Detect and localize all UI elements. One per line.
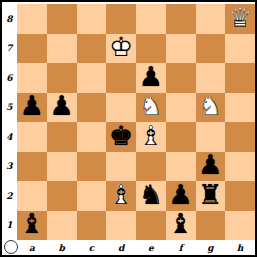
file-label-c: c (77, 240, 107, 255)
square-b3[interactable] (47, 152, 77, 182)
square-e4[interactable]: ♝♗ (136, 122, 166, 152)
rank-label-6: 6 (2, 63, 17, 93)
square-a5[interactable]: ♟ (17, 93, 47, 123)
square-e3[interactable] (136, 152, 166, 182)
white-bishop-e4[interactable]: ♝♗ (136, 122, 166, 152)
square-e1[interactable] (136, 211, 166, 241)
square-e5[interactable]: ♞♘ (136, 93, 166, 123)
square-d4[interactable]: ♚ (106, 122, 136, 152)
white-queen-h8[interactable]: ♛♕ (225, 4, 255, 34)
square-e6[interactable]: ♟ (136, 63, 166, 93)
black-pawn-f2[interactable]: ♟ (166, 181, 196, 211)
rank-label-4: 4 (2, 122, 17, 152)
square-h8[interactable]: ♛♕ (225, 4, 255, 34)
square-g8[interactable] (196, 4, 226, 34)
file-label-d: d (106, 240, 136, 255)
chess-diagram: 87654321 ♛♕♚♔♟♟♟♞♘♞♘♚♝♗♟♝♗♞♟♜♝♝ abcdefgh (0, 0, 257, 257)
black-pawn-b5[interactable]: ♟ (47, 93, 77, 123)
white-king-d7[interactable]: ♚♔ (106, 34, 136, 64)
file-label-f: f (166, 240, 196, 255)
square-b6[interactable] (47, 63, 77, 93)
square-g5[interactable]: ♞♘ (196, 93, 226, 123)
square-a7[interactable] (17, 34, 47, 64)
white-knight-g5[interactable]: ♞♘ (196, 93, 226, 123)
square-h3[interactable] (225, 152, 255, 182)
square-h2[interactable] (225, 181, 255, 211)
square-f3[interactable] (166, 152, 196, 182)
square-a2[interactable] (17, 181, 47, 211)
square-a8[interactable] (17, 4, 47, 34)
square-g4[interactable] (196, 122, 226, 152)
square-d2[interactable]: ♝♗ (106, 181, 136, 211)
square-b4[interactable] (47, 122, 77, 152)
black-pawn-a5[interactable]: ♟ (17, 93, 47, 123)
black-knight-e2[interactable]: ♞ (136, 181, 166, 211)
square-g1[interactable] (196, 211, 226, 241)
black-pawn-g3[interactable]: ♟ (196, 152, 226, 182)
square-g2[interactable]: ♜ (196, 181, 226, 211)
black-bishop-f1[interactable]: ♝ (166, 211, 196, 241)
square-f1[interactable]: ♝ (166, 211, 196, 241)
rank-label-8: 8 (2, 4, 17, 34)
square-c2[interactable] (77, 181, 107, 211)
square-h5[interactable] (225, 93, 255, 123)
square-h4[interactable] (225, 122, 255, 152)
file-label-g: g (196, 240, 226, 255)
square-c1[interactable] (77, 211, 107, 241)
rank-label-1: 1 (2, 211, 17, 241)
black-rook-g2[interactable]: ♜ (196, 181, 226, 211)
square-c4[interactable] (77, 122, 107, 152)
square-h1[interactable] (225, 211, 255, 241)
square-e7[interactable] (136, 34, 166, 64)
rank-label-7: 7 (2, 34, 17, 64)
square-b2[interactable] (47, 181, 77, 211)
square-h6[interactable] (225, 63, 255, 93)
square-c5[interactable] (77, 93, 107, 123)
square-a1[interactable]: ♝ (17, 211, 47, 241)
file-label-a: a (17, 240, 47, 255)
square-b7[interactable] (47, 34, 77, 64)
square-g3[interactable]: ♟ (196, 152, 226, 182)
square-d3[interactable] (106, 152, 136, 182)
square-d5[interactable] (106, 93, 136, 123)
rank-label-5: 5 (2, 93, 17, 123)
black-pawn-e6[interactable]: ♟ (136, 63, 166, 93)
square-d1[interactable] (106, 211, 136, 241)
file-label-e: e (136, 240, 166, 255)
file-labels: abcdefgh (17, 240, 255, 255)
square-f4[interactable] (166, 122, 196, 152)
file-label-h: h (225, 240, 255, 255)
square-d8[interactable] (106, 4, 136, 34)
board[interactable]: ♛♕♚♔♟♟♟♞♘♞♘♚♝♗♟♝♗♞♟♜♝♝ (17, 4, 255, 240)
square-a6[interactable] (17, 63, 47, 93)
square-c8[interactable] (77, 4, 107, 34)
black-king-d4[interactable]: ♚ (106, 122, 136, 152)
square-a4[interactable] (17, 122, 47, 152)
square-g7[interactable] (196, 34, 226, 64)
square-f7[interactable] (166, 34, 196, 64)
square-c6[interactable] (77, 63, 107, 93)
white-knight-e5[interactable]: ♞♘ (136, 93, 166, 123)
file-label-b: b (47, 240, 77, 255)
white-to-move-indicator (4, 240, 18, 254)
square-a3[interactable] (17, 152, 47, 182)
square-b5[interactable]: ♟ (47, 93, 77, 123)
white-bishop-d2[interactable]: ♝♗ (106, 181, 136, 211)
rank-label-2: 2 (2, 181, 17, 211)
square-e2[interactable]: ♞ (136, 181, 166, 211)
square-c7[interactable] (77, 34, 107, 64)
square-f8[interactable] (166, 4, 196, 34)
square-d6[interactable] (106, 63, 136, 93)
square-b1[interactable] (47, 211, 77, 241)
square-g6[interactable] (196, 63, 226, 93)
rank-labels: 87654321 (2, 4, 17, 240)
square-e8[interactable] (136, 4, 166, 34)
square-h7[interactable] (225, 34, 255, 64)
square-d7[interactable]: ♚♔ (106, 34, 136, 64)
square-b8[interactable] (47, 4, 77, 34)
square-f6[interactable] (166, 63, 196, 93)
black-bishop-a1[interactable]: ♝ (17, 211, 47, 241)
square-f2[interactable]: ♟ (166, 181, 196, 211)
square-f5[interactable] (166, 93, 196, 123)
rank-label-3: 3 (2, 152, 17, 182)
square-c3[interactable] (77, 152, 107, 182)
